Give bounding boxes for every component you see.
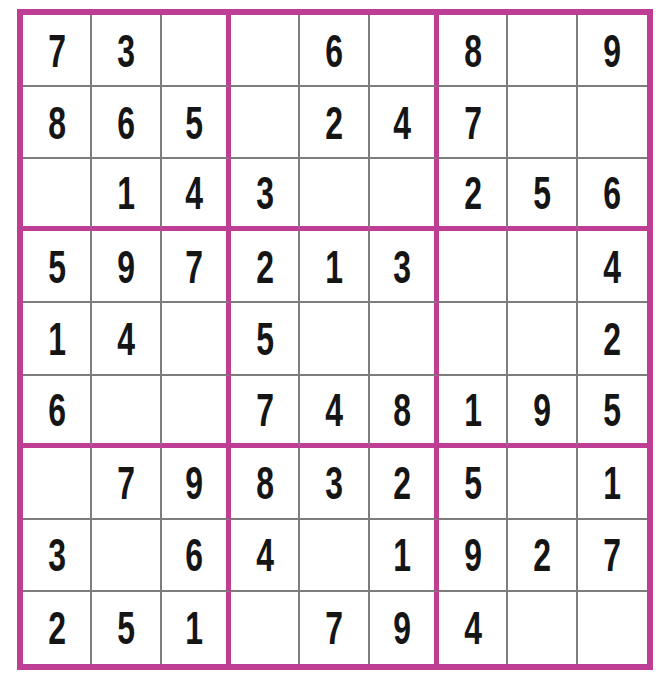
given-digit: 5	[603, 386, 621, 433]
given-digit: 8	[256, 459, 274, 506]
cell-r7c9: 1	[578, 448, 647, 520]
cell-r8c7: 9	[439, 520, 508, 592]
given-digit: 4	[393, 99, 411, 146]
given-digit: 1	[185, 604, 203, 651]
cell-r9c9[interactable]	[578, 592, 647, 664]
cell-r3c6[interactable]	[370, 159, 439, 231]
given-digit: 7	[464, 99, 482, 146]
cell-r1c8[interactable]	[508, 15, 577, 87]
given-digit: 9	[464, 531, 482, 578]
cell-r3c9: 6	[578, 159, 647, 231]
cell-r3c3: 4	[162, 159, 231, 231]
cell-r3c1[interactable]	[23, 159, 92, 231]
given-digit: 3	[325, 459, 343, 506]
given-digit: 4	[256, 531, 274, 578]
given-digit: 3	[256, 169, 274, 216]
cell-r4c7[interactable]	[439, 231, 508, 303]
cell-r8c3: 6	[162, 520, 231, 592]
given-digit: 6	[185, 531, 203, 578]
cell-r7c1[interactable]	[23, 448, 92, 520]
cell-r2c1: 8	[23, 87, 92, 159]
cell-r8c1: 3	[23, 520, 92, 592]
cell-r3c4: 3	[231, 159, 300, 231]
given-digit: 6	[48, 386, 66, 433]
given-digit: 7	[117, 459, 135, 506]
given-digit: 2	[256, 243, 274, 290]
given-digit: 9	[533, 386, 551, 433]
cell-r4c1: 5	[23, 231, 92, 303]
given-digit: 7	[603, 531, 621, 578]
cell-r1c3[interactable]	[162, 15, 231, 87]
cell-r7c6: 2	[370, 448, 439, 520]
cell-r5c8[interactable]	[508, 303, 577, 375]
cell-r4c2: 9	[92, 231, 161, 303]
cell-r6c8: 9	[508, 376, 577, 448]
cell-r5c1: 1	[23, 303, 92, 375]
given-digit: 5	[464, 459, 482, 506]
cell-r6c5: 4	[300, 376, 369, 448]
cell-r9c2: 5	[92, 592, 161, 664]
cell-r3c5[interactable]	[300, 159, 369, 231]
given-digit: 1	[48, 315, 66, 362]
given-digit: 9	[603, 27, 621, 74]
given-digit: 2	[533, 531, 551, 578]
cell-r1c1: 7	[23, 15, 92, 87]
given-digit: 1	[117, 169, 135, 216]
cell-r9c1: 2	[23, 592, 92, 664]
given-digit: 2	[603, 315, 621, 362]
cell-r8c5[interactable]	[300, 520, 369, 592]
cell-r5c2: 4	[92, 303, 161, 375]
given-digit: 8	[48, 99, 66, 146]
cell-r4c3: 7	[162, 231, 231, 303]
cell-r2c8[interactable]	[508, 87, 577, 159]
given-digit: 1	[603, 459, 621, 506]
cell-r9c4[interactable]	[231, 592, 300, 664]
cell-r8c4: 4	[231, 520, 300, 592]
cell-r3c2: 1	[92, 159, 161, 231]
given-digit: 2	[48, 604, 66, 651]
given-digit: 9	[393, 604, 411, 651]
cell-r4c4: 2	[231, 231, 300, 303]
cell-r4c8[interactable]	[508, 231, 577, 303]
cell-r2c2: 6	[92, 87, 161, 159]
cell-r6c3[interactable]	[162, 376, 231, 448]
given-digit: 4	[185, 169, 203, 216]
cell-r4c9: 4	[578, 231, 647, 303]
cell-r6c2[interactable]	[92, 376, 161, 448]
given-digit: 7	[185, 243, 203, 290]
cell-r9c8[interactable]	[508, 592, 577, 664]
cell-r9c5: 7	[300, 592, 369, 664]
cell-r6c4: 7	[231, 376, 300, 448]
cell-r7c2: 7	[92, 448, 161, 520]
cell-r6c1: 6	[23, 376, 92, 448]
cell-r7c8[interactable]	[508, 448, 577, 520]
cell-r8c8: 2	[508, 520, 577, 592]
cell-r1c7: 8	[439, 15, 508, 87]
given-digit: 3	[48, 531, 66, 578]
cell-r4c5: 1	[300, 231, 369, 303]
cell-r7c4: 8	[231, 448, 300, 520]
cell-r3c7: 2	[439, 159, 508, 231]
cell-r5c9: 2	[578, 303, 647, 375]
given-digit: 6	[117, 99, 135, 146]
given-digit: 6	[603, 169, 621, 216]
cell-r5c3[interactable]	[162, 303, 231, 375]
cell-r5c6[interactable]	[370, 303, 439, 375]
cell-r3c8: 5	[508, 159, 577, 231]
given-digit: 3	[393, 243, 411, 290]
given-digit: 8	[393, 386, 411, 433]
given-digit: 5	[256, 315, 274, 362]
cell-r8c6: 1	[370, 520, 439, 592]
given-digit: 9	[185, 459, 203, 506]
cell-r1c6[interactable]	[370, 15, 439, 87]
given-digit: 1	[325, 243, 343, 290]
given-digit: 1	[464, 386, 482, 433]
cell-r2c3: 5	[162, 87, 231, 159]
given-digit: 4	[603, 243, 621, 290]
cell-r8c9: 7	[578, 520, 647, 592]
cell-r2c7: 7	[439, 87, 508, 159]
cell-r9c7: 4	[439, 592, 508, 664]
given-digit: 2	[393, 459, 411, 506]
given-digit: 7	[325, 604, 343, 651]
cell-r9c3: 1	[162, 592, 231, 664]
cell-r2c6: 4	[370, 87, 439, 159]
cell-r1c5: 6	[300, 15, 369, 87]
sudoku-board: 7368986524714325659721341452674819579832…	[17, 9, 653, 670]
given-digit: 7	[48, 27, 66, 74]
cell-r9c6: 9	[370, 592, 439, 664]
given-digit: 3	[117, 27, 135, 74]
cell-r5c4: 5	[231, 303, 300, 375]
cell-r1c2: 3	[92, 15, 161, 87]
cell-r2c9[interactable]	[578, 87, 647, 159]
given-digit: 4	[464, 604, 482, 651]
cell-r6c9: 5	[578, 376, 647, 448]
given-digit: 2	[325, 99, 343, 146]
cell-r5c7[interactable]	[439, 303, 508, 375]
cell-r1c4[interactable]	[231, 15, 300, 87]
given-digit: 9	[117, 243, 135, 290]
given-digit: 7	[256, 386, 274, 433]
cell-r4c6: 3	[370, 231, 439, 303]
cell-r7c7: 5	[439, 448, 508, 520]
cell-r8c2[interactable]	[92, 520, 161, 592]
given-digit: 1	[393, 531, 411, 578]
given-digit: 4	[325, 386, 343, 433]
given-digit: 5	[185, 99, 203, 146]
given-digit: 5	[117, 604, 135, 651]
cell-r2c5: 2	[300, 87, 369, 159]
cell-r6c7: 1	[439, 376, 508, 448]
given-digit: 6	[325, 27, 343, 74]
given-digit: 8	[464, 27, 482, 74]
given-digit: 5	[48, 243, 66, 290]
cell-r7c3: 9	[162, 448, 231, 520]
given-digit: 4	[117, 315, 135, 362]
cell-r5c5[interactable]	[300, 303, 369, 375]
sudoku-page: 7368986524714325659721341452674819579832…	[0, 0, 669, 684]
given-digit: 2	[464, 169, 482, 216]
cell-r2c4[interactable]	[231, 87, 300, 159]
given-digit: 5	[533, 169, 551, 216]
cell-r6c6: 8	[370, 376, 439, 448]
cell-r1c9: 9	[578, 15, 647, 87]
cell-r7c5: 3	[300, 448, 369, 520]
